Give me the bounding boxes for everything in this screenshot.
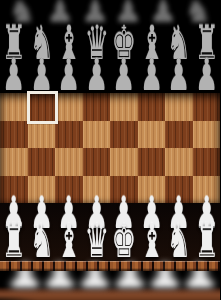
square-g5[interactable] — [165, 121, 193, 149]
square-f4[interactable] — [138, 148, 166, 176]
chess-app-screen: ♞♟♟♟♟♞ ♜♞♝♛♚♝♞♜ ♟♟♟♟♟♟♟♟ ♟♟♟♟♟♟♟♟ ♜♞♝♛♚♝… — [0, 0, 220, 300]
white-back-rank-row: ♜♞♝♛♚♝♞♜ — [0, 220, 220, 260]
square-f5[interactable] — [138, 121, 166, 149]
white-queen-d1[interactable]: ♛ — [88, 219, 105, 260]
square-e5[interactable] — [110, 121, 138, 149]
black-pawn-f7[interactable]: ♟ — [143, 55, 160, 93]
white-bishop-c1[interactable]: ♝ — [61, 219, 78, 260]
square-a4[interactable] — [0, 148, 28, 176]
black-pawn-e7[interactable]: ♟ — [115, 55, 132, 93]
selected-square-highlight — [27, 91, 58, 124]
square-h5[interactable] — [193, 121, 221, 149]
black-pawn-b7[interactable]: ♟ — [33, 55, 50, 93]
square-g4[interactable] — [165, 148, 193, 176]
black-pawn-rank-row: ♟♟♟♟♟♟♟♟ — [0, 57, 220, 93]
black-pawn-a7[interactable]: ♟ — [5, 55, 22, 93]
black-pawn-h7[interactable]: ♟ — [198, 55, 215, 93]
square-d4[interactable] — [83, 148, 111, 176]
white-knight-g1[interactable]: ♞ — [171, 219, 188, 260]
square-a5[interactable] — [0, 121, 28, 149]
white-king-e1[interactable]: ♚ — [116, 219, 133, 260]
square-b4[interactable] — [28, 148, 56, 176]
black-pawn-d7[interactable]: ♟ — [88, 55, 105, 93]
black-pawn-c7[interactable]: ♟ — [60, 55, 77, 93]
square-d5[interactable] — [83, 121, 111, 149]
white-rook-a1[interactable]: ♜ — [6, 219, 23, 260]
white-bishop-f1[interactable]: ♝ — [143, 219, 160, 260]
square-b5[interactable] — [28, 121, 56, 149]
square-c4[interactable] — [55, 148, 83, 176]
square-c5[interactable] — [55, 121, 83, 149]
white-rook-h1[interactable]: ♜ — [198, 219, 215, 260]
black-pawn-g7[interactable]: ♟ — [170, 55, 187, 93]
board-front-rail — [0, 261, 220, 271]
square-e4[interactable] — [110, 148, 138, 176]
square-h4[interactable] — [193, 148, 221, 176]
white-knight-b1[interactable]: ♞ — [33, 219, 50, 260]
